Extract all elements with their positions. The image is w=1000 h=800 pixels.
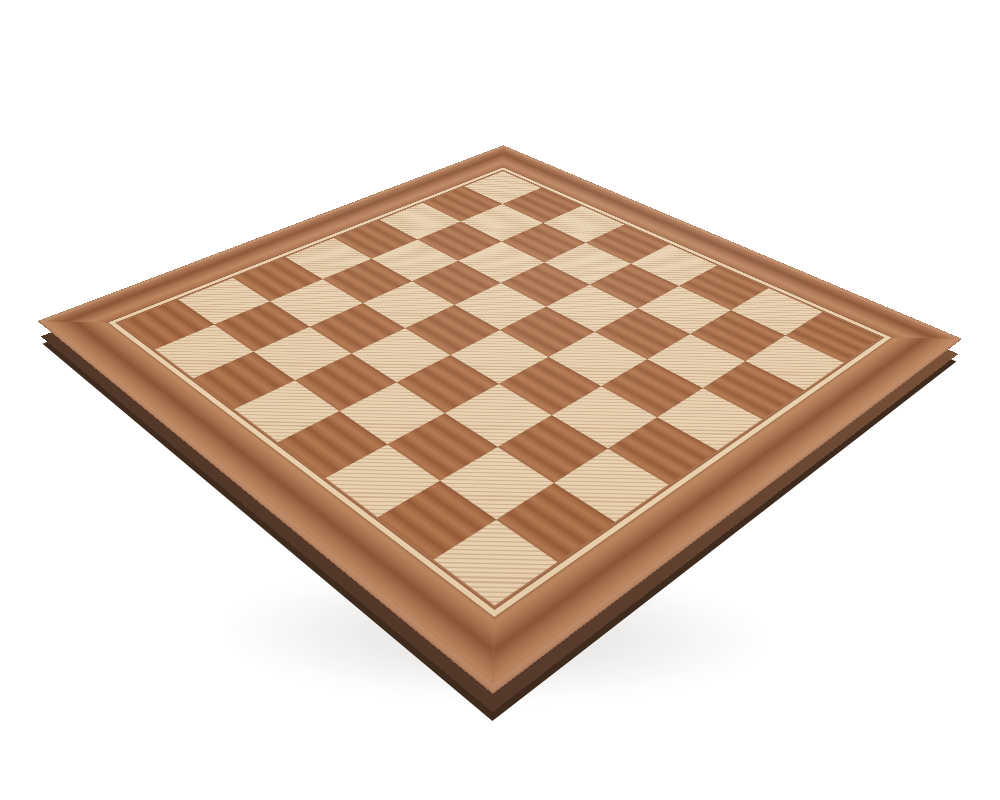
board-tilt-wrapper	[0, 0, 1000, 800]
perspective-scene	[0, 0, 1000, 800]
photo-canvas	[0, 0, 1000, 800]
